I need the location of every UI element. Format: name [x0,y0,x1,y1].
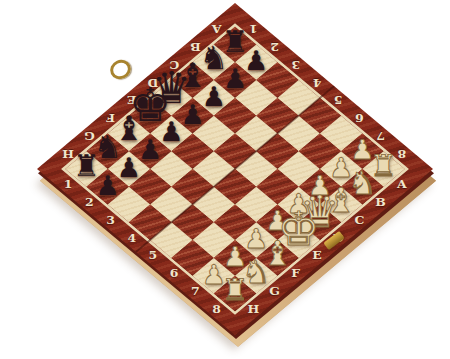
label-rank-5-far: 5 [334,94,343,107]
label-rank-4-near: 4 [127,231,136,244]
piece-white-rook[interactable]: ♜ [211,275,259,305]
label-rank-4-far: 4 [313,76,322,89]
chess-board: ♜♟♟♜♞♟♟♞♝♟♟♝♛♟♟♛♚♟♟♚♝♟♟♝♞♟♟♞♜♟♟♜ AA11BB2… [37,3,433,335]
label-rank-1-far: 1 [249,23,258,36]
label-rank-5-near: 5 [149,249,158,262]
label-rank-3-far: 3 [291,58,300,71]
label-file-a-far: A [212,23,222,36]
chess-set-photo: ♜♟♟♜♞♟♟♞♝♟♟♝♛♟♟♛♚♟♟♚♝♟♟♝♞♟♟♞♜♟♟♜ AA11BB2… [0,0,450,359]
label-rank-6-far: 6 [355,112,364,125]
label-rank-6-near: 6 [170,267,179,280]
piece-black-pawn[interactable]: ♟ [84,172,132,199]
label-rank-3-near: 3 [106,214,115,227]
